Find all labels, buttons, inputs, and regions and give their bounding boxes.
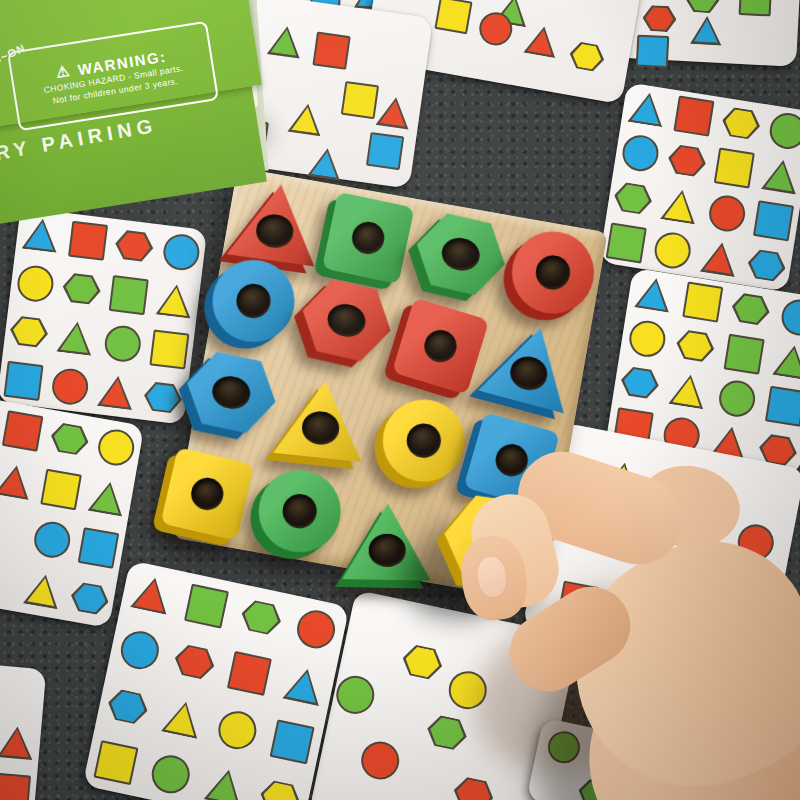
card-shape-yellow-triangle: [155, 282, 195, 319]
piece-blue-hexagon[interactable]: [179, 345, 283, 440]
card-shape-blue-square: [725, 598, 767, 640]
piece-green-triangle[interactable]: [342, 501, 432, 580]
card-shape-blue-triangle: [634, 275, 675, 313]
card-shape-red-square: [2, 410, 44, 452]
card-shape-blue-circle: [161, 232, 201, 272]
card-shape-yellow-circle: [15, 263, 55, 303]
card-shape-red-circle: [735, 521, 777, 563]
card-shape-blue-hexagon: [619, 364, 662, 401]
card-shape-yellow-square: [40, 469, 82, 511]
card-shape-blue-circle: [779, 296, 800, 337]
piece-yellow-square[interactable]: [161, 447, 254, 540]
card-shape-red-hexagon: [642, 4, 677, 33]
card-shape-blue-square: [635, 35, 669, 69]
card-shape-yellow-circle: [96, 426, 138, 468]
held-piece-yellow-hexagon[interactable]: [438, 489, 553, 592]
card-shape-blue-square: [270, 719, 315, 764]
card-shape-yellow-triangle: [22, 571, 63, 610]
card-shape-green-circle: [767, 110, 800, 151]
card-shape-green-triangle: [56, 319, 96, 356]
card-shape-yellow-circle: [626, 318, 667, 359]
card-shape-green-square: [605, 223, 646, 264]
card-shape-green-square: [723, 333, 764, 374]
card-shape-yellow-square: [434, 0, 472, 34]
piece-green-circle[interactable]: [252, 464, 347, 559]
card-shape-green-hexagon: [424, 712, 470, 752]
card-shape-blue-hexagon: [142, 380, 184, 415]
photo-scene: ⚠ WARNING: CHOKING HAZARD - Small parts.…: [0, 0, 800, 800]
card-shape-blue-square: [753, 200, 794, 241]
card-shape-red-triangle: [0, 724, 36, 760]
card-shape-blue-square: [366, 131, 404, 169]
card-shape-green-square: [184, 583, 229, 628]
piece-yellow-circle[interactable]: [376, 393, 471, 488]
card-shape-blue-hexagon: [68, 580, 111, 617]
card-shape-yellow-hexagon: [8, 314, 50, 349]
card-shape-yellow-hexagon: [567, 40, 606, 74]
card-shape-yellow-circle: [652, 230, 693, 271]
card-shape-red-circle: [294, 607, 339, 652]
card-shape-blue-triangle: [21, 216, 61, 253]
card-shape-yellow-square: [149, 329, 189, 369]
card-shape-green-hexagon: [238, 597, 284, 637]
card-shape-blue-square: [78, 527, 120, 569]
card-shape-blue-circle: [31, 519, 73, 561]
card-shape-blue-triangle: [690, 15, 723, 46]
card-shape-red-hexagon: [113, 228, 155, 263]
card-shape-blue-triangle: [627, 89, 668, 127]
pattern-card-bottom-matching-card[interactable]: [83, 560, 350, 800]
card-shape-red-triangle: [0, 462, 35, 501]
card-shape-blue-hexagon: [745, 247, 788, 284]
card-shape-red-triangle: [699, 239, 740, 277]
card-shape-red-hexagon: [450, 774, 496, 800]
card-shape-yellow-triangle: [660, 187, 701, 225]
card-shape-red-circle: [50, 366, 90, 406]
card-shape-red-square: [674, 95, 715, 136]
card-shape-red-triangle: [96, 373, 136, 410]
piece-center-hole: [368, 533, 406, 566]
card-shape-green-circle: [102, 323, 142, 363]
hazard-warning-icon: ⚠: [55, 62, 73, 82]
card-shape-green-triangle: [693, 546, 735, 585]
card-shape-green-hexagon: [729, 291, 772, 328]
card-shape-green-hexagon: [685, 0, 720, 14]
card-shape-green-triangle: [203, 765, 247, 800]
piece-green-hexagon[interactable]: [408, 206, 513, 302]
card-shape-red-square: [227, 651, 272, 696]
card-shape-red-square: [0, 773, 31, 800]
card-shape-red-square: [68, 220, 108, 260]
card-shape-yellow-hexagon: [652, 480, 695, 518]
card-shape-green-triangle: [772, 342, 800, 380]
card-shape-green-circle: [332, 672, 377, 717]
card-shape-green-circle: [148, 752, 193, 797]
card-shape-green-triangle: [87, 478, 128, 517]
card-shape-yellow-hexagon: [720, 105, 763, 142]
card-shape-green-triangle: [761, 157, 800, 195]
card-shape-red-hexagon: [171, 642, 217, 682]
card-shape-yellow-hexagon: [399, 642, 445, 682]
card-shape-red-triangle: [130, 573, 174, 615]
card-shape-blue-circle: [620, 133, 661, 174]
card-shape-red-square: [312, 32, 350, 70]
card-shape-yellow-square: [713, 148, 754, 189]
card-shape-yellow-triangle: [287, 101, 325, 137]
card-shape-blue-circle: [117, 628, 162, 673]
card-shape-yellow-hexagon: [674, 328, 717, 365]
card-shape-yellow-triangle: [668, 371, 709, 409]
card-shape-yellow-square: [682, 281, 723, 322]
pattern-card-bottom-left-sliver[interactable]: [0, 653, 46, 800]
piece-green-square[interactable]: [322, 192, 414, 284]
card-shape-yellow-triangle: [160, 697, 204, 739]
card-shape-yellow-triangle: [601, 459, 643, 498]
card-shape-blue-triangle: [282, 664, 326, 706]
piece-blue-circle[interactable]: [206, 254, 301, 349]
card-shape-green-hexagon: [61, 271, 103, 306]
card-shape-green-square: [739, 0, 773, 16]
card-shape-green-hexagon: [48, 420, 91, 457]
card-shape-red-triangle: [523, 23, 561, 59]
card-shape-yellow-hexagon: [257, 778, 303, 800]
card-shape-green-square: [108, 274, 148, 314]
piece-red-triangle[interactable]: [226, 177, 325, 266]
card-shape-red-circle: [706, 193, 747, 234]
piece-red-square[interactable]: [392, 298, 489, 395]
pattern-card-right-upper[interactable]: [599, 82, 800, 291]
piece-red-circle[interactable]: [505, 225, 600, 320]
card-shape-green-triangle: [266, 23, 304, 59]
card-shape-red-circle: [358, 738, 403, 783]
card-shape-green-circle: [716, 377, 757, 418]
card-shape-blue-triangle: [307, 145, 345, 181]
piece-blue-triangle[interactable]: [478, 315, 584, 413]
card-shape-yellow-circle: [215, 707, 260, 752]
card-shape-red-triangle: [375, 94, 413, 130]
card-shape-blue-square: [3, 360, 43, 400]
card-shape-green-hexagon: [612, 180, 655, 217]
pattern-card-left-upper[interactable]: [0, 207, 207, 424]
card-shape-blue-square: [764, 385, 800, 426]
card-shape-yellow-square: [93, 740, 138, 785]
card-shape-yellow-square: [341, 81, 379, 119]
piece-yellow-triangle[interactable]: [273, 375, 369, 462]
card-shape-blue-hexagon: [105, 686, 151, 726]
card-shape-red-hexagon: [666, 143, 709, 180]
